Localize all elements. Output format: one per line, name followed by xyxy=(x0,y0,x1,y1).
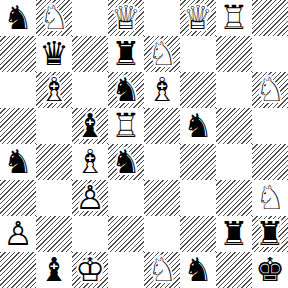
square-b2[interactable] xyxy=(36,216,72,252)
square-e1[interactable]: ♞♘ xyxy=(144,252,180,288)
white-knight-glyph: ♘ xyxy=(144,252,180,288)
black-rook-g2[interactable]: ♜♜ xyxy=(216,216,252,252)
white-queen-glyph: ♕ xyxy=(108,0,144,36)
white-pawn-a2[interactable]: ♟♙ xyxy=(0,216,36,252)
white-knight-b8[interactable]: ♞♘ xyxy=(36,0,72,36)
square-g7[interactable] xyxy=(216,36,252,72)
square-a7[interactable] xyxy=(0,36,36,72)
square-h5[interactable] xyxy=(252,108,288,144)
black-rook-glyph: ♜ xyxy=(216,216,252,252)
square-g5[interactable] xyxy=(216,108,252,144)
white-rook-glyph: ♖ xyxy=(216,0,252,36)
black-rook-h2[interactable]: ♜♜ xyxy=(252,216,288,252)
white-pawn-glyph: ♙ xyxy=(72,180,108,216)
square-f8[interactable]: ♛♕ xyxy=(180,0,216,36)
black-knight-d4[interactable]: ♞♞ xyxy=(108,144,144,180)
white-queen-f8[interactable]: ♛♕ xyxy=(180,0,216,36)
square-a2[interactable]: ♟♙ xyxy=(0,216,36,252)
black-knight-glyph: ♞ xyxy=(108,144,144,180)
square-d7[interactable]: ♜♜ xyxy=(108,36,144,72)
square-c5[interactable]: ♝♝ xyxy=(72,108,108,144)
black-knight-glyph: ♞ xyxy=(108,72,144,108)
square-a3[interactable] xyxy=(0,180,36,216)
square-f6[interactable] xyxy=(180,72,216,108)
black-knight-glyph: ♞ xyxy=(180,108,216,144)
square-g4[interactable] xyxy=(216,144,252,180)
square-e5[interactable] xyxy=(144,108,180,144)
square-d1[interactable] xyxy=(108,252,144,288)
square-c7[interactable] xyxy=(72,36,108,72)
black-knight-d6[interactable]: ♞♞ xyxy=(108,72,144,108)
chess-board: ♞♞♞♘♛♕♛♕♜♖♛♛♜♜♞♘♝♗♞♞♝♗♞♘♝♝♜♖♞♞♞♞♝♗♞♞♟♙♞♘… xyxy=(0,0,288,288)
black-knight-a8[interactable]: ♞♞ xyxy=(0,0,36,36)
square-h1[interactable]: ♚♚ xyxy=(252,252,288,288)
square-a5[interactable] xyxy=(0,108,36,144)
square-e6[interactable]: ♝♗ xyxy=(144,72,180,108)
square-a1[interactable] xyxy=(0,252,36,288)
black-king-h1[interactable]: ♚♚ xyxy=(252,252,288,288)
square-h3[interactable]: ♞♘ xyxy=(252,180,288,216)
black-knight-f5[interactable]: ♞♞ xyxy=(180,108,216,144)
square-f1[interactable]: ♞♞ xyxy=(180,252,216,288)
white-bishop-glyph: ♗ xyxy=(36,72,72,108)
white-bishop-b6[interactable]: ♝♗ xyxy=(36,72,72,108)
square-d5[interactable]: ♜♖ xyxy=(108,108,144,144)
square-e8[interactable] xyxy=(144,0,180,36)
white-bishop-glyph: ♗ xyxy=(144,72,180,108)
square-d4[interactable]: ♞♞ xyxy=(108,144,144,180)
black-knight-glyph: ♞ xyxy=(0,144,36,180)
square-f3[interactable] xyxy=(180,180,216,216)
white-king-glyph: ♔ xyxy=(72,252,108,288)
square-h7[interactable] xyxy=(252,36,288,72)
square-f2[interactable] xyxy=(180,216,216,252)
square-d6[interactable]: ♞♞ xyxy=(108,72,144,108)
square-e2[interactable] xyxy=(144,216,180,252)
square-f4[interactable] xyxy=(180,144,216,180)
square-c3[interactable]: ♟♙ xyxy=(72,180,108,216)
square-h6[interactable]: ♞♘ xyxy=(252,72,288,108)
square-e7[interactable]: ♞♘ xyxy=(144,36,180,72)
black-bishop-c5[interactable]: ♝♝ xyxy=(72,108,108,144)
white-rook-glyph: ♖ xyxy=(108,108,144,144)
square-b8[interactable]: ♞♘ xyxy=(36,0,72,36)
black-king-glyph: ♚ xyxy=(252,252,288,288)
white-knight-glyph: ♘ xyxy=(252,180,288,216)
white-rook-d5[interactable]: ♜♖ xyxy=(108,108,144,144)
black-rook-glyph: ♜ xyxy=(252,216,288,252)
square-b4[interactable] xyxy=(36,144,72,180)
white-knight-e7[interactable]: ♞♘ xyxy=(144,36,180,72)
white-knight-glyph: ♘ xyxy=(144,36,180,72)
black-knight-glyph: ♞ xyxy=(0,0,36,36)
square-b5[interactable] xyxy=(36,108,72,144)
square-g6[interactable] xyxy=(216,72,252,108)
white-queen-glyph: ♕ xyxy=(180,0,216,36)
square-a6[interactable] xyxy=(0,72,36,108)
white-knight-h3[interactable]: ♞♘ xyxy=(252,180,288,216)
black-rook-glyph: ♜ xyxy=(108,36,144,72)
square-b6[interactable]: ♝♗ xyxy=(36,72,72,108)
square-g2[interactable]: ♜♜ xyxy=(216,216,252,252)
square-d8[interactable]: ♛♕ xyxy=(108,0,144,36)
white-bishop-c4[interactable]: ♝♗ xyxy=(72,144,108,180)
square-e4[interactable] xyxy=(144,144,180,180)
square-c2[interactable] xyxy=(72,216,108,252)
square-f5[interactable]: ♞♞ xyxy=(180,108,216,144)
white-bishop-glyph: ♗ xyxy=(72,144,108,180)
square-c1[interactable]: ♚♔ xyxy=(72,252,108,288)
white-pawn-glyph: ♙ xyxy=(0,216,36,252)
white-bishop-e6[interactable]: ♝♗ xyxy=(144,72,180,108)
square-b7[interactable]: ♛♛ xyxy=(36,36,72,72)
square-a8[interactable]: ♞♞ xyxy=(0,0,36,36)
square-b1[interactable]: ♝♝ xyxy=(36,252,72,288)
square-h2[interactable]: ♜♜ xyxy=(252,216,288,252)
square-a4[interactable]: ♞♞ xyxy=(0,144,36,180)
black-bishop-b1[interactable]: ♝♝ xyxy=(36,252,72,288)
white-rook-g8[interactable]: ♜♖ xyxy=(216,0,252,36)
black-queen-b7[interactable]: ♛♛ xyxy=(36,36,72,72)
white-knight-e1[interactable]: ♞♘ xyxy=(144,252,180,288)
square-d2[interactable] xyxy=(108,216,144,252)
white-knight-glyph: ♘ xyxy=(36,0,72,36)
square-g8[interactable]: ♜♖ xyxy=(216,0,252,36)
black-bishop-glyph: ♝ xyxy=(72,108,108,144)
square-d3[interactable] xyxy=(108,180,144,216)
black-bishop-glyph: ♝ xyxy=(36,252,72,288)
square-c8[interactable] xyxy=(72,0,108,36)
white-pawn-c3[interactable]: ♟♙ xyxy=(72,180,108,216)
square-f7[interactable] xyxy=(180,36,216,72)
square-g3[interactable] xyxy=(216,180,252,216)
square-g1[interactable] xyxy=(216,252,252,288)
black-rook-d7[interactable]: ♜♜ xyxy=(108,36,144,72)
square-c6[interactable] xyxy=(72,72,108,108)
black-queen-glyph: ♛ xyxy=(36,36,72,72)
white-knight-h6[interactable]: ♞♘ xyxy=(252,72,288,108)
white-knight-glyph: ♘ xyxy=(252,72,288,108)
square-c4[interactable]: ♝♗ xyxy=(72,144,108,180)
black-knight-a4[interactable]: ♞♞ xyxy=(0,144,36,180)
black-knight-f1[interactable]: ♞♞ xyxy=(180,252,216,288)
square-b3[interactable] xyxy=(36,180,72,216)
white-queen-d8[interactable]: ♛♕ xyxy=(108,0,144,36)
square-e3[interactable] xyxy=(144,180,180,216)
black-knight-glyph: ♞ xyxy=(180,252,216,288)
white-king-c1[interactable]: ♚♔ xyxy=(72,252,108,288)
square-h4[interactable] xyxy=(252,144,288,180)
square-h8[interactable] xyxy=(252,0,288,36)
